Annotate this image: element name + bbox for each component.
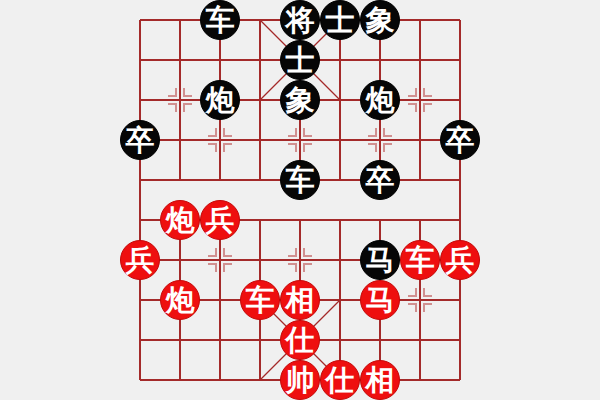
- red-soldier[interactable]: 兵: [120, 240, 160, 280]
- red-horse[interactable]: 马: [360, 280, 400, 320]
- red-cannon[interactable]: 炮: [160, 280, 200, 320]
- black-soldier[interactable]: 卒: [360, 160, 400, 200]
- red-elephant[interactable]: 相: [280, 280, 320, 320]
- black-advisor[interactable]: 士: [320, 0, 360, 40]
- red-advisor[interactable]: 仕: [320, 360, 360, 400]
- piece-layer: 车将士象士炮象炮卒卒车卒马炮兵兵车兵炮车相马仕帅仕相: [120, 0, 480, 400]
- black-advisor[interactable]: 士: [280, 40, 320, 80]
- red-elephant[interactable]: 相: [360, 360, 400, 400]
- red-soldier[interactable]: 兵: [440, 240, 480, 280]
- red-general[interactable]: 帅: [280, 360, 320, 400]
- black-soldier[interactable]: 卒: [440, 120, 480, 160]
- black-elephant[interactable]: 象: [280, 80, 320, 120]
- black-elephant[interactable]: 象: [360, 0, 400, 40]
- black-cannon[interactable]: 炮: [200, 80, 240, 120]
- red-cannon[interactable]: 炮: [160, 200, 200, 240]
- xiangqi-app-background: 车将士象士炮象炮卒卒车卒马炮兵兵车兵炮车相马仕帅仕相: [0, 0, 600, 400]
- black-chariot[interactable]: 车: [280, 160, 320, 200]
- black-chariot[interactable]: 车: [200, 0, 240, 40]
- black-horse[interactable]: 马: [360, 240, 400, 280]
- black-general[interactable]: 将: [280, 0, 320, 40]
- red-chariot[interactable]: 车: [240, 280, 280, 320]
- black-cannon[interactable]: 炮: [360, 80, 400, 120]
- black-soldier[interactable]: 卒: [120, 120, 160, 160]
- red-advisor[interactable]: 仕: [280, 320, 320, 360]
- red-chariot[interactable]: 车: [400, 240, 440, 280]
- xiangqi-board[interactable]: 车将士象士炮象炮卒卒车卒马炮兵兵车兵炮车相马仕帅仕相: [120, 0, 480, 400]
- red-soldier[interactable]: 兵: [200, 200, 240, 240]
